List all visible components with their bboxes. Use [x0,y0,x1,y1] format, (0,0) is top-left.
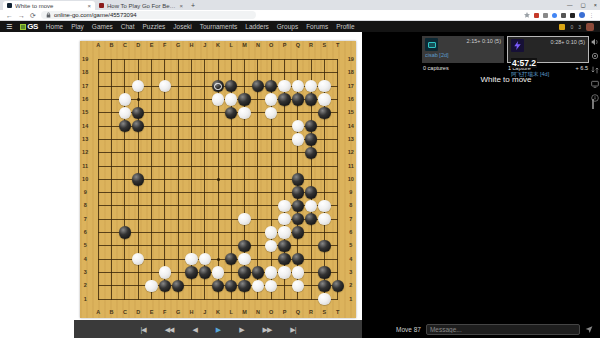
black-stone-S15 [318,107,330,119]
white-stone-D17 [132,80,144,92]
white-stone-M7 [238,213,250,225]
white-stone-P6 [278,226,290,238]
coord-number-left: 18 [80,69,91,76]
lightning-bolt-icon [514,41,521,50]
gift-icon[interactable] [559,24,565,30]
nav-item-groups[interactable]: Groups [277,23,298,30]
black-stone-L17 [225,80,237,92]
back-one-button[interactable]: ◀ [192,326,196,333]
coord-number-right: 7 [345,216,356,223]
coord-letter-top: N [251,42,264,49]
black-player-card: 2:15+ 0:10 (5) cisab [2d] 0 captures [422,36,504,71]
white-stone-P7 [278,213,290,225]
tab-close-icon[interactable]: × [179,3,183,9]
black-stone-M16 [238,93,250,105]
white-player-avatar[interactable] [511,39,524,52]
black-stone-J3 [199,266,211,278]
white-stone-R17 [305,80,317,92]
white-stone-J4 [199,253,211,265]
forward-one-button[interactable]: ▶ [239,326,243,333]
black-player-avatar[interactable] [425,38,438,51]
coord-number-right: 18 [345,69,356,76]
coord-letter-top: G [171,42,184,49]
white-stone-M15 [238,107,250,119]
coord-letter-top: H [185,42,198,49]
grid-line [257,59,258,299]
swap-arrows-icon[interactable] [591,66,599,74]
black-stone-K17 [212,80,224,92]
coord-number-right: 3 [345,269,356,276]
coord-letter-top: C [118,42,131,49]
white-period-timer: 4:57.2 [511,58,537,68]
black-clock: 2:15+ 0:10 (5) [467,38,501,44]
coord-letter-bottom: G [171,309,184,316]
chat-input-bar: Move 87 [362,320,600,338]
white-stone-L16 [225,93,237,105]
white-stone-S17 [318,80,330,92]
black-stone-R14 [305,120,317,132]
coord-number-left: 16 [80,96,91,103]
white-stone-O2 [265,280,277,292]
coord-number-right: 8 [345,202,356,209]
game-right-panel: 2:15+ 0:10 (5) cisab [2d] 0 captures [362,32,600,338]
nav-item-chat[interactable]: Chat [121,23,135,30]
coord-number-right: 14 [345,123,356,130]
black-stone-M2 [238,280,250,292]
black-stone-L15 [225,107,237,119]
black-stone-S3 [318,266,330,278]
black-stone-S5 [318,240,330,252]
chat-count[interactable]: 3 [578,24,581,30]
black-stone-R13 [305,133,317,145]
tab-close-icon[interactable]: × [87,3,91,9]
grid-line [98,299,338,300]
nav-item-ladders[interactable]: Ladders [245,23,269,30]
black-player-name[interactable]: cisab [2d] [425,52,501,58]
robot-icon [428,42,436,48]
black-stone-R16 [305,93,317,105]
white-stone-M4 [238,253,250,265]
last-move-marker [214,83,221,90]
coord-letter-top: R [304,42,317,49]
coord-letter-top: K [211,42,224,49]
coord-number-left: 6 [80,229,91,236]
white-stone-O3 [265,266,277,278]
coord-number-left: 2 [80,282,91,289]
chat-log-area[interactable] [362,87,600,320]
white-stone-R8 [305,200,317,212]
black-stone-D15 [132,107,144,119]
black-stone-L4 [225,253,237,265]
coord-number-left: 15 [80,109,91,116]
white-stone-Q3 [292,266,304,278]
black-stone-R7 [305,213,317,225]
tab-current-game[interactable]: White to move × [3,1,95,10]
star-point [137,98,140,101]
black-stone-Q10 [292,173,304,185]
coord-letter-bottom: P [278,309,291,316]
coord-letter-bottom: L [225,309,238,316]
reload-button[interactable]: ⟳ [30,12,36,19]
tab-title: White to move [15,3,84,9]
grid-line [337,59,338,299]
nav-item-profile[interactable]: Profile [336,23,354,30]
coord-number-left: 11 [80,163,91,170]
black-stone-H3 [185,266,197,278]
coord-letter-top: D [132,42,145,49]
white-stone-D4 [132,253,144,265]
page-left-gutter [0,32,74,338]
coord-letter-bottom: M [238,309,251,316]
black-stone-M5 [238,240,250,252]
bookmark-star-icon[interactable] [524,12,530,18]
coord-letter-top: J [198,42,211,49]
black-stone-N17 [252,80,264,92]
coord-letter-top: Q [291,42,304,49]
jump-first-button[interactable]: |◀ [140,326,145,333]
play-button[interactable]: ▶ [216,326,220,333]
coord-number-right: 4 [345,256,356,263]
coord-number-left: 10 [80,176,91,183]
coord-letter-bottom: F [158,309,171,316]
coord-number-left: 14 [80,123,91,130]
black-stone-F2 [159,280,171,292]
white-stone-O15 [265,107,277,119]
coord-number-right: 6 [345,229,356,236]
black-stone-C14 [119,120,131,132]
coord-letter-bottom: O [265,309,278,316]
coord-number-left: 1 [80,296,91,303]
nav-item-play[interactable]: Play [71,23,84,30]
coord-letter-bottom: E [145,309,158,316]
black-stone-L2 [225,280,237,292]
white-stone-P3 [278,266,290,278]
browser-profile-avatar[interactable] [579,12,585,18]
coord-number-left: 5 [80,242,91,249]
notification-count[interactable]: 0 [570,24,573,30]
black-stone-C6 [119,226,131,238]
black-stone-O17 [265,80,277,92]
ogs-logo[interactable]: GS [20,22,38,31]
grid-line [98,245,338,246]
analyze-icon[interactable] [591,52,599,60]
ogs-logo-icon [20,24,26,30]
coord-letter-bottom: T [331,309,344,316]
coord-number-left: 9 [80,189,91,196]
white-stone-K3 [212,266,224,278]
black-stone-D10 [132,173,144,185]
white-stone-Q17 [292,80,304,92]
forward-ten-button[interactable]: ▶▶ [263,326,272,333]
coord-letter-top: T [331,42,344,49]
nav-item-home[interactable]: Home [46,23,63,30]
ogs-navbar: ☰ GS HomePlayGamesChatPuzzlesJosekiTourn… [0,21,600,32]
message-input[interactable] [426,324,580,335]
white-stone-F17 [159,80,171,92]
coord-letter-bottom: H [185,309,198,316]
coord-number-right: 5 [345,242,356,249]
coord-number-right: 11 [345,163,356,170]
youtube-favicon [99,3,104,8]
white-stone-S16 [318,93,330,105]
new-tab-button[interactable]: + [191,2,195,10]
coord-letter-bottom: A [92,309,105,316]
back-button[interactable]: ← [6,12,13,19]
white-stone-K16 [212,93,224,105]
black-captures: 0 captures [423,65,449,71]
nav-item-joseki[interactable]: Joseki [173,23,191,30]
nav-item-games[interactable]: Games [92,23,113,30]
extension-icon[interactable] [570,13,575,18]
nav-item-puzzles[interactable]: Puzzles [143,23,166,30]
extension-icon[interactable] [543,13,548,18]
forward-button[interactable]: → [18,12,25,19]
white-stone-Q14 [292,120,304,132]
coord-number-left: 8 [80,202,91,209]
black-stone-Q9 [292,186,304,198]
browser-menu-icon[interactable]: ⋮ [589,12,594,18]
black-stone-Q6 [292,226,304,238]
coord-number-left: 7 [80,216,91,223]
white-stone-E2 [145,280,157,292]
tab-youtube-video[interactable]: How To Play Go For Beginners - × [95,1,187,10]
white-stone-Q2 [292,280,304,292]
move-number-label: Move 87 [396,326,421,333]
black-stone-P4 [278,253,290,265]
coord-letter-bottom: Q [291,309,304,316]
move-playback-controls: |◀◀◀◀▶▶▶▶▶| [74,320,362,338]
extension-icon[interactable] [534,13,539,18]
coord-number-right: 17 [345,83,356,90]
window-maximize-button[interactable]: ▢ [581,2,586,8]
coord-letter-top: B [105,42,118,49]
coord-number-right: 15 [345,109,356,116]
send-icon[interactable] [585,325,593,333]
coord-letter-bottom: D [132,309,145,316]
black-stone-P16 [278,93,290,105]
black-stone-Q4 [292,253,304,265]
white-stone-C15 [119,107,131,119]
black-stone-S2 [318,280,330,292]
coord-number-right: 12 [345,149,356,156]
padlock-icon [46,12,51,18]
white-stone-F3 [159,266,171,278]
coord-number-right: 1 [345,296,356,303]
star-point [217,258,220,261]
white-stone-S7 [318,213,330,225]
white-stone-S1 [318,293,330,305]
white-stone-N2 [252,280,264,292]
coord-letter-top: O [265,42,278,49]
black-stone-Q16 [292,93,304,105]
black-stone-P5 [278,240,290,252]
coord-letter-top: M [238,42,251,49]
jump-last-button[interactable]: ▶| [290,326,295,333]
white-stone-P17 [278,80,290,92]
window-minimize-button[interactable]: — [567,2,573,8]
black-stone-K2 [212,280,224,292]
coord-letter-bottom: K [211,309,224,316]
white-player-card: 0:28+ 0:10 (5) 4:57.2 阿飞打瑞末 [4d] 1 captu… [507,36,589,71]
coord-letter-bottom: J [198,309,211,316]
coord-number-right: 10 [345,176,356,183]
coord-letter-top: L [225,42,238,49]
hamburger-menu-icon[interactable]: ☰ [6,23,12,31]
white-stone-O5 [265,240,277,252]
star-point [217,178,220,181]
browser-tab-strip: White to move × How To Play Go For Begin… [0,0,600,10]
black-stone-Q7 [292,213,304,225]
white-stone-S8 [318,200,330,212]
nav-item-tournaments[interactable]: Tournaments [200,23,238,30]
black-stone-T2 [332,280,344,292]
extension-icon[interactable] [552,13,557,18]
coord-letter-bottom: C [118,309,131,316]
info-icon[interactable] [591,94,599,102]
black-stone-N3 [252,266,264,278]
white-player-name[interactable]: 阿飞打瑞末 [4d] [511,71,585,78]
coord-number-right: 19 [345,56,356,63]
extension-icon[interactable] [561,13,566,18]
coord-number-left: 13 [80,136,91,143]
white-stone-C16 [119,93,131,105]
coord-number-left: 19 [80,56,91,63]
coord-number-left: 4 [80,256,91,263]
coord-number-left: 12 [80,149,91,156]
coord-letter-top: A [92,42,105,49]
go-board[interactable]: AA1919BB1818CC1717DD1616EE1515FF1414GG13… [80,41,357,318]
white-stone-O16 [265,93,277,105]
window-close-button[interactable]: × [594,2,597,8]
coord-number-right: 9 [345,189,356,196]
coord-letter-bottom: B [105,309,118,316]
black-stone-D14 [132,120,144,132]
coord-number-right: 16 [345,96,356,103]
display-icon[interactable] [591,80,599,88]
white-stone-H4 [185,253,197,265]
coord-number-left: 3 [80,269,91,276]
coord-number-right: 13 [345,136,356,143]
black-stone-R9 [305,186,317,198]
nav-item-forums[interactable]: Forums [306,23,328,30]
back-ten-button[interactable]: ◀◀ [165,326,174,333]
address-field[interactable]: online-go.com/game/45573094 [41,11,256,19]
coord-letter-top: P [278,42,291,49]
white-stone-Q13 [292,133,304,145]
user-avatar[interactable] [586,23,594,31]
volume-icon[interactable] [591,38,599,46]
coord-letter-top: E [145,42,158,49]
white-clock: 0:28+ 0:10 (5) [551,39,585,45]
coord-letter-bottom: S [318,309,331,316]
coord-number-left: 17 [80,83,91,90]
white-stone-P8 [278,200,290,212]
ogs-favicon [7,3,12,8]
tab-title: How To Play Go For Beginners - [107,3,176,9]
coord-letter-top: S [318,42,331,49]
white-stone-O6 [265,226,277,238]
coord-number-right: 2 [345,282,356,289]
url-text: online-go.com/game/45573094 [54,12,137,18]
black-stone-M3 [238,266,250,278]
game-dock [591,38,599,102]
coord-letter-bottom: N [251,309,264,316]
black-stone-G2 [172,280,184,292]
black-stone-R12 [305,147,317,159]
coord-letter-top: F [158,42,171,49]
black-stone-Q8 [292,200,304,212]
coord-letter-bottom: R [304,309,317,316]
browser-url-bar: ← → ⟳ online-go.com/game/45573094 ⋮ [0,10,600,21]
